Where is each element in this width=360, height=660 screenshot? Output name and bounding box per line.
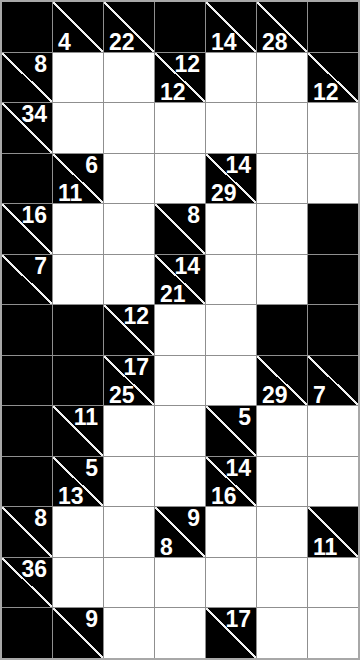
entry-cell-r3c5[interactable] — [257, 154, 307, 204]
entry-cell-r7c3[interactable] — [155, 356, 205, 406]
entry-cell-r8c2[interactable] — [104, 406, 154, 456]
clue-cell-r7c2: 1725 — [104, 356, 154, 406]
down-clue-r7c2: 25 — [109, 384, 135, 405]
entry-cell-r11c4[interactable] — [206, 558, 256, 608]
clue-cell-r4c3: 8 — [155, 204, 205, 254]
entry-cell-r2c4[interactable] — [206, 103, 256, 153]
block-cell-r0c0 — [2, 2, 52, 52]
clue-cell-r12c4: 17 — [206, 608, 256, 658]
down-clue-r1c3: 12 — [160, 81, 186, 102]
clue-cell-r4c0: 16 — [2, 204, 52, 254]
entry-cell-r12c5[interactable] — [257, 608, 307, 658]
across-clue-r8c4: 5 — [238, 406, 251, 429]
entry-cell-r6c3[interactable] — [155, 305, 205, 355]
entry-cell-r9c2[interactable] — [104, 457, 154, 507]
entry-cell-r12c3[interactable] — [155, 608, 205, 658]
block-cell-r6c6 — [308, 305, 358, 355]
entry-cell-r5c2[interactable] — [104, 255, 154, 305]
entry-cell-r1c1[interactable] — [53, 53, 103, 103]
clue-cell-r10c0: 8 — [2, 507, 52, 557]
block-cell-r6c0 — [2, 305, 52, 355]
entry-cell-r5c4[interactable] — [206, 255, 256, 305]
entry-cell-r8c3[interactable] — [155, 406, 205, 456]
block-cell-r6c1 — [53, 305, 103, 355]
across-clue-r5c0: 7 — [34, 255, 47, 278]
entry-cell-r5c1[interactable] — [53, 255, 103, 305]
clue-cell-r1c3: 1212 — [155, 53, 205, 103]
clue-cell-r0c5: 28 — [257, 2, 307, 52]
clue-cell-r8c1: 11 — [53, 406, 103, 456]
clue-cell-r1c6: 12 — [308, 53, 358, 103]
entry-cell-r3c2[interactable] — [104, 154, 154, 204]
across-clue-r12c4: 17 — [225, 608, 251, 631]
across-clue-r3c1: 6 — [85, 154, 98, 177]
entry-cell-r6c4[interactable] — [206, 305, 256, 355]
kakuro-board: 4221428812121234611142916871421121725297… — [0, 0, 360, 660]
clue-cell-r11c0: 36 — [2, 558, 52, 608]
across-clue-r12c1: 9 — [85, 608, 98, 631]
across-clue-r8c1: 11 — [74, 406, 98, 429]
clue-cell-r6c2: 12 — [104, 305, 154, 355]
entry-cell-r5c5[interactable] — [257, 255, 307, 305]
entry-cell-r11c6[interactable] — [308, 558, 358, 608]
entry-cell-r12c2[interactable] — [104, 608, 154, 658]
entry-cell-r2c3[interactable] — [155, 103, 205, 153]
block-cell-r0c3 — [155, 2, 205, 52]
entry-cell-r8c6[interactable] — [308, 406, 358, 456]
block-cell-r0c6 — [308, 2, 358, 52]
down-clue-r7c6: 7 — [313, 384, 326, 405]
clue-cell-r0c2: 22 — [104, 2, 154, 52]
entry-cell-r9c6[interactable] — [308, 457, 358, 507]
clue-cell-r9c4: 1416 — [206, 457, 256, 507]
across-clue-r10c3: 9 — [187, 507, 200, 530]
down-clue-r10c6: 11 — [313, 536, 337, 557]
entry-cell-r4c4[interactable] — [206, 204, 256, 254]
clue-cell-r0c4: 14 — [206, 2, 256, 52]
down-clue-r5c3: 21 — [160, 283, 186, 304]
clue-cell-r7c5: 29 — [257, 356, 307, 406]
clue-cell-r2c0: 34 — [2, 103, 52, 153]
block-cell-r4c6 — [308, 204, 358, 254]
entry-cell-r3c6[interactable] — [308, 154, 358, 204]
across-clue-r5c3: 14 — [174, 255, 200, 278]
clue-cell-r12c1: 9 — [53, 608, 103, 658]
entry-cell-r11c2[interactable] — [104, 558, 154, 608]
entry-cell-r2c2[interactable] — [104, 103, 154, 153]
across-clue-r9c4: 14 — [225, 457, 251, 480]
down-clue-r0c1: 4 — [58, 31, 71, 52]
down-clue-r0c2: 22 — [109, 31, 135, 52]
entry-cell-r10c1[interactable] — [53, 507, 103, 557]
clue-cell-r8c4: 5 — [206, 406, 256, 456]
clue-cell-r9c1: 513 — [53, 457, 103, 507]
down-clue-r1c6: 12 — [313, 81, 339, 102]
entry-cell-r11c5[interactable] — [257, 558, 307, 608]
across-clue-r2c0: 34 — [21, 103, 47, 126]
entry-cell-r10c2[interactable] — [104, 507, 154, 557]
clue-cell-r3c1: 611 — [53, 154, 103, 204]
entry-cell-r3c3[interactable] — [155, 154, 205, 204]
across-clue-r9c1: 5 — [85, 457, 98, 480]
entry-cell-r12c6[interactable] — [308, 608, 358, 658]
entry-cell-r1c5[interactable] — [257, 53, 307, 103]
entry-cell-r7c4[interactable] — [206, 356, 256, 406]
down-clue-r10c3: 8 — [160, 536, 173, 557]
down-clue-r0c5: 28 — [262, 31, 288, 52]
across-clue-r4c3: 8 — [187, 204, 200, 227]
across-clue-r1c3: 12 — [174, 53, 200, 76]
across-clue-r3c4: 14 — [225, 154, 251, 177]
down-clue-r3c4: 29 — [211, 182, 237, 203]
clue-cell-r3c4: 1429 — [206, 154, 256, 204]
entry-cell-r4c2[interactable] — [104, 204, 154, 254]
clue-cell-r7c6: 7 — [308, 356, 358, 406]
block-cell-r5c6 — [308, 255, 358, 305]
across-clue-r7c2: 17 — [123, 356, 149, 379]
across-clue-r11c0: 36 — [21, 558, 47, 581]
entry-cell-r11c3[interactable] — [155, 558, 205, 608]
across-clue-r6c2: 12 — [123, 305, 149, 328]
clue-cell-r5c3: 1421 — [155, 255, 205, 305]
block-cell-r7c1 — [53, 356, 103, 406]
entry-cell-r10c4[interactable] — [206, 507, 256, 557]
clue-cell-r0c1: 4 — [53, 2, 103, 52]
entry-cell-r2c6[interactable] — [308, 103, 358, 153]
clue-cell-r5c0: 7 — [2, 255, 52, 305]
block-cell-r8c0 — [2, 406, 52, 456]
entry-cell-r4c1[interactable] — [53, 204, 103, 254]
block-cell-r7c0 — [2, 356, 52, 406]
entry-cell-r2c5[interactable] — [257, 103, 307, 153]
block-cell-r12c0 — [2, 608, 52, 658]
entry-cell-r2c1[interactable] — [53, 103, 103, 153]
down-clue-r0c4: 14 — [211, 31, 237, 52]
down-clue-r9c4: 16 — [211, 485, 237, 506]
entry-cell-r11c1[interactable] — [53, 558, 103, 608]
clue-cell-r1c0: 8 — [2, 53, 52, 103]
entry-cell-r10c5[interactable] — [257, 507, 307, 557]
block-cell-r6c5 — [257, 305, 307, 355]
clue-cell-r10c6: 11 — [308, 507, 358, 557]
down-clue-r3c1: 11 — [58, 182, 82, 203]
entry-cell-r8c5[interactable] — [257, 406, 307, 456]
across-clue-r1c0: 8 — [34, 53, 47, 76]
down-clue-r7c5: 29 — [262, 384, 288, 405]
entry-cell-r9c3[interactable] — [155, 457, 205, 507]
across-clue-r10c0: 8 — [34, 507, 47, 530]
entry-cell-r1c2[interactable] — [104, 53, 154, 103]
entry-cell-r9c5[interactable] — [257, 457, 307, 507]
entry-cell-r1c4[interactable] — [206, 53, 256, 103]
across-clue-r4c0: 16 — [21, 204, 47, 227]
clue-cell-r10c3: 98 — [155, 507, 205, 557]
block-cell-r3c0 — [2, 154, 52, 204]
block-cell-r9c0 — [2, 457, 52, 507]
entry-cell-r4c5[interactable] — [257, 204, 307, 254]
down-clue-r9c1: 13 — [58, 485, 84, 506]
